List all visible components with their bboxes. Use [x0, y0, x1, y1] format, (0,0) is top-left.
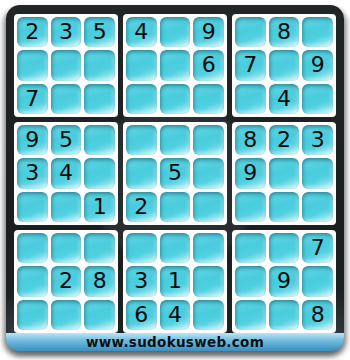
box-7: 28 — [14, 230, 118, 333]
cell-r1c4[interactable]: 4 — [126, 17, 157, 47]
cell-r3c2[interactable] — [51, 84, 82, 114]
cell-r1c9[interactable] — [302, 17, 333, 47]
box-4: 95341 — [14, 122, 118, 225]
cell-r2c1[interactable] — [17, 50, 48, 80]
cell-r1c8[interactable]: 8 — [269, 17, 300, 47]
cell-r9c9[interactable]: 8 — [302, 300, 333, 330]
cell-r4c5[interactable] — [160, 125, 191, 155]
cell-r7c1[interactable] — [17, 233, 48, 263]
box-5: 52 — [123, 122, 227, 225]
cell-r1c6[interactable]: 9 — [193, 17, 224, 47]
cell-r5c7[interactable]: 9 — [235, 158, 266, 188]
cell-r9c3[interactable] — [84, 300, 115, 330]
cell-r9c4[interactable]: 6 — [126, 300, 157, 330]
cell-r8c4[interactable]: 3 — [126, 266, 157, 296]
cell-r6c4[interactable]: 2 — [126, 192, 157, 222]
cell-r4c9[interactable]: 3 — [302, 125, 333, 155]
cell-r2c4[interactable] — [126, 50, 157, 80]
cell-r8c6[interactable] — [193, 266, 224, 296]
cell-r8c9[interactable] — [302, 266, 333, 296]
cell-r1c1[interactable]: 2 — [17, 17, 48, 47]
cell-r7c4[interactable] — [126, 233, 157, 263]
cell-r4c3[interactable] — [84, 125, 115, 155]
cell-r3c1[interactable]: 7 — [17, 84, 48, 114]
cell-r2c2[interactable] — [51, 50, 82, 80]
box-2: 496 — [123, 14, 227, 117]
cell-r8c1[interactable] — [17, 266, 48, 296]
cell-r5c4[interactable] — [126, 158, 157, 188]
cell-r7c8[interactable] — [269, 233, 300, 263]
cell-r8c7[interactable] — [235, 266, 266, 296]
cell-r9c1[interactable] — [17, 300, 48, 330]
cell-r4c4[interactable] — [126, 125, 157, 155]
cell-r7c3[interactable] — [84, 233, 115, 263]
cell-r3c9[interactable] — [302, 84, 333, 114]
cell-r6c1[interactable] — [17, 192, 48, 222]
cell-r7c5[interactable] — [160, 233, 191, 263]
cell-r2c6[interactable]: 6 — [193, 50, 224, 80]
box-3: 8794 — [232, 14, 336, 117]
cell-r9c7[interactable] — [235, 300, 266, 330]
cell-r2c5[interactable] — [160, 50, 191, 80]
cell-r6c9[interactable] — [302, 192, 333, 222]
cell-r9c5[interactable]: 4 — [160, 300, 191, 330]
cell-r4c2[interactable]: 5 — [51, 125, 82, 155]
box-1: 2357 — [14, 14, 118, 117]
sudoku-grid: 2357496879495341528239283164798 — [14, 14, 336, 333]
cell-r1c7[interactable] — [235, 17, 266, 47]
cell-r1c3[interactable]: 5 — [84, 17, 115, 47]
cell-r6c7[interactable] — [235, 192, 266, 222]
cell-r5c6[interactable] — [193, 158, 224, 188]
cell-r1c2[interactable]: 3 — [51, 17, 82, 47]
cell-r7c7[interactable] — [235, 233, 266, 263]
cell-r6c2[interactable] — [51, 192, 82, 222]
cell-r5c3[interactable] — [84, 158, 115, 188]
cell-r3c7[interactable] — [235, 84, 266, 114]
cell-r3c6[interactable] — [193, 84, 224, 114]
page: 2357496879495341528239283164798 www.sudo… — [0, 0, 350, 360]
cell-r6c5[interactable] — [160, 192, 191, 222]
cell-r2c9[interactable]: 9 — [302, 50, 333, 80]
cell-r5c2[interactable]: 4 — [51, 158, 82, 188]
sudoku-board-frame: 2357496879495341528239283164798 www.sudo… — [6, 5, 344, 351]
cell-r9c8[interactable] — [269, 300, 300, 330]
cell-r8c2[interactable]: 2 — [51, 266, 82, 296]
cell-r2c7[interactable]: 7 — [235, 50, 266, 80]
cell-r7c6[interactable] — [193, 233, 224, 263]
site-url: www.sudokusweb.com — [86, 334, 264, 350]
cell-r8c8[interactable]: 9 — [269, 266, 300, 296]
cell-r5c9[interactable] — [302, 158, 333, 188]
box-9: 798 — [232, 230, 336, 333]
cell-r9c6[interactable] — [193, 300, 224, 330]
box-6: 8239 — [232, 122, 336, 225]
cell-r5c1[interactable]: 3 — [17, 158, 48, 188]
cell-r8c3[interactable]: 8 — [84, 266, 115, 296]
cell-r6c6[interactable] — [193, 192, 224, 222]
cell-r3c5[interactable] — [160, 84, 191, 114]
cell-r7c9[interactable]: 7 — [302, 233, 333, 263]
box-8: 3164 — [123, 230, 227, 333]
cell-r3c8[interactable]: 4 — [269, 84, 300, 114]
cell-r4c1[interactable]: 9 — [17, 125, 48, 155]
cell-r4c8[interactable]: 2 — [269, 125, 300, 155]
cell-r3c3[interactable] — [84, 84, 115, 114]
cell-r5c8[interactable] — [269, 158, 300, 188]
cell-r1c5[interactable] — [160, 17, 191, 47]
cell-r5c5[interactable]: 5 — [160, 158, 191, 188]
cell-r4c7[interactable]: 8 — [235, 125, 266, 155]
cell-r9c2[interactable] — [51, 300, 82, 330]
cell-r4c6[interactable] — [193, 125, 224, 155]
cell-r6c8[interactable] — [269, 192, 300, 222]
cell-r2c8[interactable] — [269, 50, 300, 80]
cell-r3c4[interactable] — [126, 84, 157, 114]
footer-bar: www.sudokusweb.com — [6, 333, 344, 351]
cell-r6c3[interactable]: 1 — [84, 192, 115, 222]
cell-r7c2[interactable] — [51, 233, 82, 263]
cell-r8c5[interactable]: 1 — [160, 266, 191, 296]
cell-r2c3[interactable] — [84, 50, 115, 80]
